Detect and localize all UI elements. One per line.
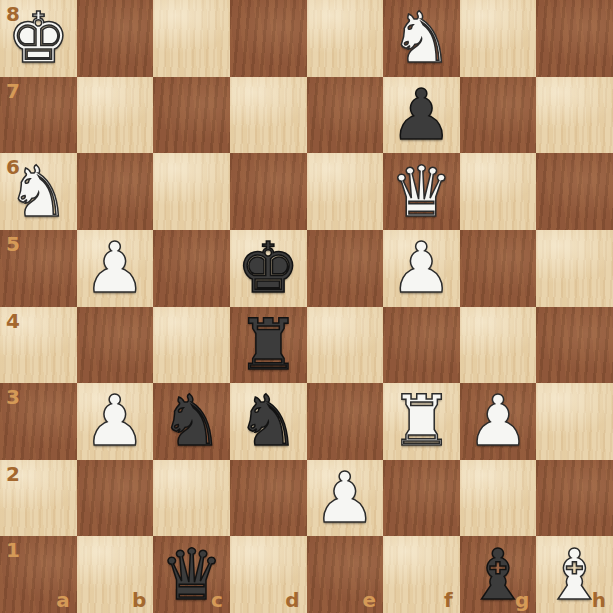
rank-label-7: 7: [6, 81, 20, 101]
piece-white-bishop[interactable]: ♝: [543, 537, 606, 613]
square-f8[interactable]: ♞: [383, 0, 460, 77]
square-d7[interactable]: [230, 77, 307, 154]
file-label-a: a: [56, 590, 70, 610]
piece-white-pawn[interactable]: ♟: [313, 460, 376, 536]
square-g6[interactable]: [460, 153, 537, 230]
piece-black-knight[interactable]: ♞: [160, 383, 223, 459]
rank-label-3: 3: [6, 387, 20, 407]
piece-black-knight[interactable]: ♞: [237, 383, 300, 459]
square-b8[interactable]: [77, 0, 154, 77]
square-a7[interactable]: 7: [0, 77, 77, 154]
square-d1[interactable]: d: [230, 536, 307, 613]
square-g2[interactable]: [460, 460, 537, 537]
rank-label-5: 5: [6, 234, 20, 254]
square-a2[interactable]: 2: [0, 460, 77, 537]
square-b6[interactable]: [77, 153, 154, 230]
square-c4[interactable]: [153, 307, 230, 384]
piece-white-king[interactable]: ♚: [7, 0, 70, 76]
square-a6[interactable]: 6♞: [0, 153, 77, 230]
chess-board: 8♚♞7♟6♞♛5♟♚♟4♜3♟♞♞♜♟2♟1abc♛defg♝h♝: [0, 0, 613, 613]
square-f6[interactable]: ♛: [383, 153, 460, 230]
square-f2[interactable]: [383, 460, 460, 537]
square-g7[interactable]: [460, 77, 537, 154]
square-d2[interactable]: [230, 460, 307, 537]
file-label-e: e: [363, 590, 377, 610]
piece-black-king[interactable]: ♚: [237, 230, 300, 306]
square-b5[interactable]: ♟: [77, 230, 154, 307]
square-a4[interactable]: 4: [0, 307, 77, 384]
square-c6[interactable]: [153, 153, 230, 230]
square-b7[interactable]: [77, 77, 154, 154]
square-a8[interactable]: 8♚: [0, 0, 77, 77]
piece-white-knight[interactable]: ♞: [390, 0, 453, 76]
square-h8[interactable]: [536, 0, 613, 77]
square-g4[interactable]: [460, 307, 537, 384]
square-b1[interactable]: b: [77, 536, 154, 613]
square-e6[interactable]: [307, 153, 384, 230]
piece-white-pawn[interactable]: ♟: [84, 383, 147, 459]
piece-white-pawn[interactable]: ♟: [467, 383, 530, 459]
square-a3[interactable]: 3: [0, 383, 77, 460]
piece-black-rook[interactable]: ♜: [237, 307, 300, 383]
square-g8[interactable]: [460, 0, 537, 77]
file-label-d: d: [285, 590, 299, 610]
rank-label-4: 4: [6, 311, 20, 331]
file-label-f: f: [444, 590, 453, 610]
square-c3[interactable]: ♞: [153, 383, 230, 460]
square-d4[interactable]: ♜: [230, 307, 307, 384]
square-b3[interactable]: ♟: [77, 383, 154, 460]
square-a1[interactable]: 1a: [0, 536, 77, 613]
piece-black-queen[interactable]: ♛: [160, 537, 223, 613]
file-label-b: b: [132, 590, 146, 610]
square-h5[interactable]: [536, 230, 613, 307]
square-d6[interactable]: [230, 153, 307, 230]
square-b2[interactable]: [77, 460, 154, 537]
piece-white-queen[interactable]: ♛: [390, 154, 453, 230]
square-c8[interactable]: [153, 0, 230, 77]
square-e7[interactable]: [307, 77, 384, 154]
square-f7[interactable]: ♟: [383, 77, 460, 154]
square-h2[interactable]: [536, 460, 613, 537]
square-e8[interactable]: [307, 0, 384, 77]
square-f4[interactable]: [383, 307, 460, 384]
square-c5[interactable]: [153, 230, 230, 307]
piece-white-rook[interactable]: ♜: [390, 383, 453, 459]
piece-white-pawn[interactable]: ♟: [390, 230, 453, 306]
square-g5[interactable]: [460, 230, 537, 307]
square-c2[interactable]: [153, 460, 230, 537]
piece-black-pawn[interactable]: ♟: [390, 77, 453, 153]
square-f1[interactable]: f: [383, 536, 460, 613]
square-g1[interactable]: g♝: [460, 536, 537, 613]
square-c7[interactable]: [153, 77, 230, 154]
rank-label-1: 1: [6, 540, 20, 560]
square-e1[interactable]: e: [307, 536, 384, 613]
square-h7[interactable]: [536, 77, 613, 154]
square-f3[interactable]: ♜: [383, 383, 460, 460]
square-d8[interactable]: [230, 0, 307, 77]
piece-white-knight[interactable]: ♞: [7, 154, 70, 230]
square-h4[interactable]: [536, 307, 613, 384]
square-g3[interactable]: ♟: [460, 383, 537, 460]
square-d3[interactable]: ♞: [230, 383, 307, 460]
square-e2[interactable]: ♟: [307, 460, 384, 537]
square-b4[interactable]: [77, 307, 154, 384]
square-h3[interactable]: [536, 383, 613, 460]
square-a5[interactable]: 5: [0, 230, 77, 307]
square-d5[interactable]: ♚: [230, 230, 307, 307]
rank-label-2: 2: [6, 464, 20, 484]
piece-white-pawn[interactable]: ♟: [84, 230, 147, 306]
square-c1[interactable]: c♛: [153, 536, 230, 613]
piece-black-bishop[interactable]: ♝: [467, 537, 530, 613]
square-f5[interactable]: ♟: [383, 230, 460, 307]
square-h1[interactable]: h♝: [536, 536, 613, 613]
square-h6[interactable]: [536, 153, 613, 230]
square-e3[interactable]: [307, 383, 384, 460]
square-e4[interactable]: [307, 307, 384, 384]
square-e5[interactable]: [307, 230, 384, 307]
